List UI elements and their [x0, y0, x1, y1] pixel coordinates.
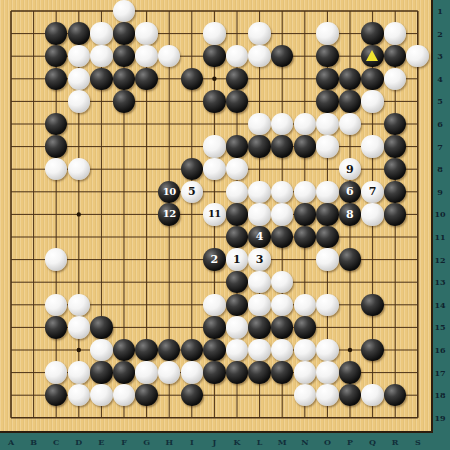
white-stone[interactable]	[316, 361, 338, 383]
board-point-D15[interactable]	[67, 316, 90, 339]
black-stone[interactable]	[135, 384, 157, 406]
board-point-Q14[interactable]	[361, 293, 384, 316]
white-stone[interactable]	[45, 158, 67, 180]
white-stone[interactable]	[135, 361, 157, 383]
black-stone[interactable]	[45, 68, 67, 90]
white-stone[interactable]	[181, 361, 203, 383]
black-stone[interactable]	[361, 339, 383, 361]
white-stone[interactable]	[361, 90, 383, 112]
white-stone[interactable]	[135, 22, 157, 44]
white-stone[interactable]	[339, 113, 361, 135]
board-point-O4[interactable]	[316, 67, 339, 90]
board-point-H16[interactable]	[158, 339, 181, 362]
board-point-O14[interactable]	[316, 293, 339, 316]
board-point-H9[interactable]: 10	[158, 180, 181, 203]
board-point-K3[interactable]	[226, 45, 249, 68]
black-stone[interactable]	[271, 316, 293, 338]
black-stone[interactable]	[361, 22, 383, 44]
board-point-P8[interactable]: 9	[339, 158, 362, 181]
white-stone[interactable]	[248, 294, 270, 316]
board-point-M9[interactable]	[271, 180, 294, 203]
white-stone[interactable]	[294, 361, 316, 383]
white-stone[interactable]	[248, 113, 270, 135]
white-stone[interactable]	[248, 181, 270, 203]
white-stone[interactable]	[316, 248, 338, 270]
white-stone[interactable]	[271, 113, 293, 135]
board-point-N9[interactable]	[293, 180, 316, 203]
black-stone[interactable]	[113, 68, 135, 90]
board-point-M16[interactable]	[271, 339, 294, 362]
white-stone[interactable]	[158, 361, 180, 383]
black-stone[interactable]	[181, 158, 203, 180]
white-stone[interactable]	[113, 384, 135, 406]
board-point-P12[interactable]	[339, 248, 362, 271]
board-point-G3[interactable]	[135, 45, 158, 68]
board-point-O7[interactable]	[316, 135, 339, 158]
black-stone[interactable]	[226, 68, 248, 90]
board-point-Q18[interactable]	[361, 384, 384, 407]
white-stone[interactable]	[294, 294, 316, 316]
white-stone[interactable]	[361, 203, 383, 225]
board-point-J14[interactable]	[203, 293, 226, 316]
white-stone[interactable]	[68, 68, 90, 90]
black-stone[interactable]	[113, 22, 135, 44]
board-point-E15[interactable]	[90, 316, 113, 339]
white-stone[interactable]	[203, 135, 225, 157]
board-point-L3[interactable]	[248, 45, 271, 68]
white-stone[interactable]	[226, 181, 248, 203]
board-point-K13[interactable]	[226, 271, 249, 294]
black-stone[interactable]	[203, 361, 225, 383]
black-stone[interactable]	[361, 68, 383, 90]
board-point-I18[interactable]	[180, 384, 203, 407]
white-stone[interactable]	[384, 68, 406, 90]
board-point-K15[interactable]	[226, 316, 249, 339]
board-point-G17[interactable]	[135, 361, 158, 384]
white-stone[interactable]	[271, 181, 293, 203]
black-stone[interactable]	[226, 90, 248, 112]
white-stone[interactable]	[203, 158, 225, 180]
board-point-Q10[interactable]	[361, 203, 384, 226]
board-point-Q9[interactable]: 7	[361, 180, 384, 203]
board-point-D8[interactable]	[67, 158, 90, 181]
white-stone[interactable]	[226, 45, 248, 67]
black-stone[interactable]	[45, 316, 67, 338]
black-stone[interactable]	[384, 384, 406, 406]
board-point-F17[interactable]	[113, 361, 136, 384]
board-point-N18[interactable]	[293, 384, 316, 407]
board-point-S3[interactable]	[406, 45, 429, 68]
board-point-K14[interactable]	[226, 293, 249, 316]
black-stone[interactable]	[158, 339, 180, 361]
board-point-R6[interactable]	[384, 113, 407, 136]
white-stone[interactable]	[316, 135, 338, 157]
black-stone[interactable]	[361, 45, 383, 67]
board-point-N17[interactable]	[293, 361, 316, 384]
board-point-Q7[interactable]	[361, 135, 384, 158]
board-point-R18[interactable]	[384, 384, 407, 407]
black-stone[interactable]	[384, 181, 406, 203]
board-point-K10[interactable]	[226, 203, 249, 226]
white-stone[interactable]	[271, 294, 293, 316]
white-stone[interactable]	[316, 181, 338, 203]
white-stone[interactable]: 5	[181, 181, 203, 203]
board-point-R9[interactable]	[384, 180, 407, 203]
black-stone[interactable]	[339, 248, 361, 270]
black-stone[interactable]	[271, 135, 293, 157]
black-stone[interactable]	[90, 68, 112, 90]
black-stone[interactable]	[384, 45, 406, 67]
black-stone[interactable]	[181, 384, 203, 406]
board-point-D17[interactable]	[67, 361, 90, 384]
white-stone[interactable]	[316, 339, 338, 361]
board-point-J10[interactable]: 11	[203, 203, 226, 226]
white-stone[interactable]	[45, 294, 67, 316]
white-stone[interactable]	[294, 384, 316, 406]
white-stone[interactable]	[294, 113, 316, 135]
board-point-R10[interactable]	[384, 203, 407, 226]
board-point-N7[interactable]	[293, 135, 316, 158]
board-point-G18[interactable]	[135, 384, 158, 407]
black-stone[interactable]	[90, 361, 112, 383]
board-point-E4[interactable]	[90, 67, 113, 90]
board-point-O17[interactable]	[316, 361, 339, 384]
board-point-O10[interactable]	[316, 203, 339, 226]
white-stone[interactable]	[271, 203, 293, 225]
board-point-O3[interactable]	[316, 45, 339, 68]
board-point-F5[interactable]	[113, 90, 136, 113]
white-stone[interactable]	[203, 22, 225, 44]
board-point-K16[interactable]	[226, 339, 249, 362]
board-point-K4[interactable]	[226, 67, 249, 90]
black-stone[interactable]	[135, 68, 157, 90]
board-point-C6[interactable]	[45, 113, 68, 136]
board-point-M14[interactable]	[271, 293, 294, 316]
board-point-L15[interactable]	[248, 316, 271, 339]
white-stone[interactable]	[248, 339, 270, 361]
black-stone[interactable]	[271, 45, 293, 67]
white-stone[interactable]	[68, 361, 90, 383]
board-point-J3[interactable]	[203, 45, 226, 68]
black-stone[interactable]	[384, 158, 406, 180]
board-point-I4[interactable]	[180, 67, 203, 90]
board-point-F2[interactable]	[113, 22, 136, 45]
white-stone[interactable]	[248, 203, 270, 225]
board-point-F1[interactable]	[113, 0, 136, 22]
board-point-O16[interactable]	[316, 339, 339, 362]
black-stone[interactable]	[135, 339, 157, 361]
white-stone[interactable]	[226, 316, 248, 338]
board-point-R8[interactable]	[384, 158, 407, 181]
black-stone[interactable]	[384, 113, 406, 135]
board-point-F18[interactable]	[113, 384, 136, 407]
black-stone[interactable]	[361, 294, 383, 316]
black-stone[interactable]	[113, 339, 135, 361]
board-point-M13[interactable]	[271, 271, 294, 294]
white-stone[interactable]	[271, 339, 293, 361]
black-stone[interactable]	[203, 90, 225, 112]
black-stone[interactable]: 2	[203, 248, 225, 270]
black-stone[interactable]	[203, 45, 225, 67]
white-stone[interactable]	[203, 294, 225, 316]
board-point-R2[interactable]	[384, 22, 407, 45]
white-stone[interactable]	[90, 384, 112, 406]
black-stone[interactable]	[181, 339, 203, 361]
board-point-N14[interactable]	[293, 293, 316, 316]
white-stone[interactable]	[68, 294, 90, 316]
board-point-G4[interactable]	[135, 67, 158, 90]
black-stone[interactable]	[45, 45, 67, 67]
black-stone[interactable]	[316, 90, 338, 112]
board-point-I9[interactable]: 5	[180, 180, 203, 203]
white-stone[interactable]	[248, 45, 270, 67]
white-stone[interactable]: 1	[226, 248, 248, 270]
black-stone[interactable]	[226, 294, 248, 316]
board-point-G2[interactable]	[135, 22, 158, 45]
board-point-Q2[interactable]	[361, 22, 384, 45]
board-point-N11[interactable]	[293, 226, 316, 249]
board-point-N6[interactable]	[293, 113, 316, 136]
white-stone[interactable]	[248, 271, 270, 293]
board-point-J12[interactable]: 2	[203, 248, 226, 271]
board-point-J5[interactable]	[203, 90, 226, 113]
black-stone[interactable]	[113, 361, 135, 383]
board-point-O2[interactable]	[316, 22, 339, 45]
board-point-O5[interactable]	[316, 90, 339, 113]
black-stone[interactable]	[45, 384, 67, 406]
board-point-M15[interactable]	[271, 316, 294, 339]
black-stone[interactable]	[226, 135, 248, 157]
white-stone[interactable]	[361, 135, 383, 157]
black-stone[interactable]	[203, 339, 225, 361]
white-stone[interactable]	[316, 384, 338, 406]
board-point-H10[interactable]: 12	[158, 203, 181, 226]
black-stone[interactable]	[384, 203, 406, 225]
black-stone[interactable]	[68, 22, 90, 44]
white-stone[interactable]	[68, 90, 90, 112]
white-stone[interactable]: 11	[203, 203, 225, 225]
board-point-L2[interactable]	[248, 22, 271, 45]
board-point-G16[interactable]	[135, 339, 158, 362]
board-point-L11[interactable]: 4	[248, 226, 271, 249]
board-point-M7[interactable]	[271, 135, 294, 158]
black-stone[interactable]	[90, 316, 112, 338]
board-point-I16[interactable]	[180, 339, 203, 362]
board-point-M3[interactable]	[271, 45, 294, 68]
board-point-N16[interactable]	[293, 339, 316, 362]
black-stone[interactable]: 6	[339, 181, 361, 203]
white-stone[interactable]	[45, 361, 67, 383]
board-point-P18[interactable]	[339, 384, 362, 407]
board-point-H17[interactable]	[158, 361, 181, 384]
white-stone[interactable]	[248, 22, 270, 44]
white-stone[interactable]	[135, 45, 157, 67]
board-point-C12[interactable]	[45, 248, 68, 271]
black-stone[interactable]	[316, 68, 338, 90]
white-stone[interactable]	[361, 384, 383, 406]
board-point-E2[interactable]	[90, 22, 113, 45]
board-point-L6[interactable]	[248, 113, 271, 136]
board-point-D5[interactable]	[67, 90, 90, 113]
black-stone[interactable]	[113, 45, 135, 67]
black-stone[interactable]	[316, 226, 338, 248]
black-stone[interactable]	[339, 384, 361, 406]
white-stone[interactable]	[68, 316, 90, 338]
board-point-I8[interactable]	[180, 158, 203, 181]
black-stone[interactable]	[181, 68, 203, 90]
board-point-C18[interactable]	[45, 384, 68, 407]
board-point-M17[interactable]	[271, 361, 294, 384]
board-point-D18[interactable]	[67, 384, 90, 407]
board-point-P5[interactable]	[339, 90, 362, 113]
board-point-R3[interactable]	[384, 45, 407, 68]
white-stone[interactable]	[45, 248, 67, 270]
white-stone[interactable]: 9	[339, 158, 361, 180]
board-point-L13[interactable]	[248, 271, 271, 294]
board-point-E17[interactable]	[90, 361, 113, 384]
white-stone[interactable]	[384, 22, 406, 44]
board-point-O9[interactable]	[316, 180, 339, 203]
board-point-I17[interactable]	[180, 361, 203, 384]
board-point-J7[interactable]	[203, 135, 226, 158]
board-point-L14[interactable]	[248, 293, 271, 316]
black-stone[interactable]: 4	[248, 226, 270, 248]
white-stone[interactable]	[226, 158, 248, 180]
board-point-L17[interactable]	[248, 361, 271, 384]
board-point-P9[interactable]: 6	[339, 180, 362, 203]
black-stone[interactable]	[271, 361, 293, 383]
white-stone[interactable]	[294, 181, 316, 203]
black-stone[interactable]	[339, 68, 361, 90]
board-point-O12[interactable]	[316, 248, 339, 271]
white-stone[interactable]	[316, 22, 338, 44]
white-stone[interactable]	[406, 45, 428, 67]
board-point-L7[interactable]	[248, 135, 271, 158]
white-stone[interactable]	[226, 339, 248, 361]
black-stone[interactable]	[226, 361, 248, 383]
board-point-E3[interactable]	[90, 45, 113, 68]
board-point-C8[interactable]	[45, 158, 68, 181]
board-point-K11[interactable]	[226, 226, 249, 249]
board-point-J16[interactable]	[203, 339, 226, 362]
board-point-E16[interactable]	[90, 339, 113, 362]
board-point-C15[interactable]	[45, 316, 68, 339]
black-stone[interactable]	[203, 316, 225, 338]
board-point-R4[interactable]	[384, 67, 407, 90]
black-stone[interactable]	[248, 316, 270, 338]
board-point-L10[interactable]	[248, 203, 271, 226]
white-stone[interactable]	[90, 22, 112, 44]
board-point-O18[interactable]	[316, 384, 339, 407]
black-stone[interactable]	[384, 135, 406, 157]
board-point-J8[interactable]	[203, 158, 226, 181]
white-stone[interactable]: 3	[248, 248, 270, 270]
white-stone[interactable]	[68, 384, 90, 406]
board-point-E18[interactable]	[90, 384, 113, 407]
board-point-Q3[interactable]	[361, 45, 384, 68]
board-point-C14[interactable]	[45, 293, 68, 316]
white-stone[interactable]	[90, 339, 112, 361]
board-point-K9[interactable]	[226, 180, 249, 203]
black-stone[interactable]	[294, 226, 316, 248]
black-stone[interactable]	[45, 135, 67, 157]
board-point-F16[interactable]	[113, 339, 136, 362]
black-stone[interactable]	[339, 90, 361, 112]
board-point-J2[interactable]	[203, 22, 226, 45]
board-point-C7[interactable]	[45, 135, 68, 158]
board-point-O6[interactable]	[316, 113, 339, 136]
board-point-D3[interactable]	[67, 45, 90, 68]
black-stone[interactable]	[339, 361, 361, 383]
board-point-P6[interactable]	[339, 113, 362, 136]
board-point-C17[interactable]	[45, 361, 68, 384]
black-stone[interactable]: 10	[158, 181, 180, 203]
board-point-J17[interactable]	[203, 361, 226, 384]
board-point-L16[interactable]	[248, 339, 271, 362]
black-stone[interactable]	[226, 203, 248, 225]
board-point-M11[interactable]	[271, 226, 294, 249]
board-point-K17[interactable]	[226, 361, 249, 384]
board-point-C2[interactable]	[45, 22, 68, 45]
board-point-Q16[interactable]	[361, 339, 384, 362]
board-point-F4[interactable]	[113, 67, 136, 90]
black-stone[interactable]	[248, 135, 270, 157]
black-stone[interactable]: 12	[158, 203, 180, 225]
white-stone[interactable]	[68, 45, 90, 67]
black-stone[interactable]	[226, 226, 248, 248]
board-point-K7[interactable]	[226, 135, 249, 158]
white-stone[interactable]	[294, 339, 316, 361]
board-point-P17[interactable]	[339, 361, 362, 384]
white-stone[interactable]	[316, 294, 338, 316]
board-point-D14[interactable]	[67, 293, 90, 316]
board-point-N10[interactable]	[293, 203, 316, 226]
board-point-Q5[interactable]	[361, 90, 384, 113]
board-point-N15[interactable]	[293, 316, 316, 339]
black-stone[interactable]	[271, 226, 293, 248]
board-point-J15[interactable]	[203, 316, 226, 339]
stones-layer[interactable]: 910567121184213	[0, 0, 429, 429]
black-stone[interactable]	[294, 135, 316, 157]
white-stone[interactable]	[113, 0, 135, 22]
board-point-R7[interactable]	[384, 135, 407, 158]
white-stone[interactable]: 7	[361, 181, 383, 203]
board-point-K5[interactable]	[226, 90, 249, 113]
board-point-H3[interactable]	[158, 45, 181, 68]
black-stone[interactable]: 8	[339, 203, 361, 225]
black-stone[interactable]	[45, 22, 67, 44]
black-stone[interactable]	[316, 203, 338, 225]
black-stone[interactable]	[294, 316, 316, 338]
board-point-M10[interactable]	[271, 203, 294, 226]
board-point-F3[interactable]	[113, 45, 136, 68]
board-point-C3[interactable]	[45, 45, 68, 68]
white-stone[interactable]	[90, 45, 112, 67]
board-point-L12[interactable]: 3	[248, 248, 271, 271]
board-point-M6[interactable]	[271, 113, 294, 136]
board-point-O11[interactable]	[316, 226, 339, 249]
board-point-L9[interactable]	[248, 180, 271, 203]
white-stone[interactable]	[68, 158, 90, 180]
board-point-K8[interactable]	[226, 158, 249, 181]
black-stone[interactable]	[45, 113, 67, 135]
black-stone[interactable]	[294, 203, 316, 225]
board-point-Q4[interactable]	[361, 67, 384, 90]
board-point-D4[interactable]	[67, 67, 90, 90]
black-stone[interactable]	[316, 45, 338, 67]
white-stone[interactable]	[158, 45, 180, 67]
board-point-P4[interactable]	[339, 67, 362, 90]
